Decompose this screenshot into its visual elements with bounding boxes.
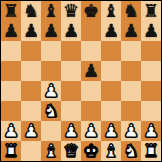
- square-c6[interactable]: [41, 41, 61, 61]
- black-pawn[interactable]: ♟: [143, 21, 159, 41]
- square-b2[interactable]: ♟: [21, 121, 41, 141]
- square-g1[interactable]: ♞: [121, 141, 141, 161]
- square-a7[interactable]: ♟: [1, 21, 21, 41]
- square-f1[interactable]: ♝: [101, 141, 121, 161]
- white-rook[interactable]: ♜: [3, 141, 19, 161]
- square-f2[interactable]: ♟: [101, 121, 121, 141]
- square-e1[interactable]: ♚: [81, 141, 101, 161]
- square-g6[interactable]: [121, 41, 141, 61]
- square-c1[interactable]: ♝: [41, 141, 61, 161]
- square-h7[interactable]: ♟: [141, 21, 161, 41]
- square-e4[interactable]: [81, 81, 101, 101]
- chess-board: ♜♞♝♛♚♝♞♜♟♟♟♟♟♟♟♟♟♞♟♟♟♟♟♟♟♜♝♛♚♝♞♜: [0, 0, 162, 162]
- black-bishop[interactable]: ♝: [103, 1, 119, 21]
- square-c4[interactable]: ♟: [41, 81, 61, 101]
- black-king[interactable]: ♚: [83, 1, 99, 21]
- white-king[interactable]: ♚: [83, 141, 99, 161]
- black-rook[interactable]: ♜: [3, 1, 19, 21]
- square-a6[interactable]: [1, 41, 21, 61]
- square-e2[interactable]: ♟: [81, 121, 101, 141]
- white-pawn[interactable]: ♟: [103, 121, 119, 141]
- white-knight[interactable]: ♞: [123, 141, 139, 161]
- white-pawn[interactable]: ♟: [123, 121, 139, 141]
- square-h4[interactable]: [141, 81, 161, 101]
- square-d4[interactable]: [61, 81, 81, 101]
- white-bishop[interactable]: ♝: [103, 141, 119, 161]
- square-d3[interactable]: [61, 101, 81, 121]
- square-b8[interactable]: ♞: [21, 1, 41, 21]
- square-b4[interactable]: [21, 81, 41, 101]
- black-knight[interactable]: ♞: [23, 1, 39, 21]
- square-c7[interactable]: ♟: [41, 21, 61, 41]
- square-a5[interactable]: [1, 61, 21, 81]
- black-pawn[interactable]: ♟: [123, 21, 139, 41]
- square-h5[interactable]: [141, 61, 161, 81]
- black-rook[interactable]: ♜: [143, 1, 159, 21]
- square-g2[interactable]: ♟: [121, 121, 141, 141]
- square-g8[interactable]: ♞: [121, 1, 141, 21]
- white-pawn[interactable]: ♟: [23, 121, 39, 141]
- black-knight[interactable]: ♞: [123, 1, 139, 21]
- black-pawn[interactable]: ♟: [3, 21, 19, 41]
- white-pawn[interactable]: ♟: [43, 81, 59, 101]
- square-c8[interactable]: ♝: [41, 1, 61, 21]
- white-pawn[interactable]: ♟: [83, 121, 99, 141]
- square-h2[interactable]: ♟: [141, 121, 161, 141]
- white-knight[interactable]: ♞: [43, 101, 59, 121]
- black-pawn[interactable]: ♟: [43, 21, 59, 41]
- white-rook[interactable]: ♜: [143, 141, 159, 161]
- square-f8[interactable]: ♝: [101, 1, 121, 21]
- square-d6[interactable]: [61, 41, 81, 61]
- square-a4[interactable]: [1, 81, 21, 101]
- white-queen[interactable]: ♛: [63, 141, 79, 161]
- square-f3[interactable]: [101, 101, 121, 121]
- square-h8[interactable]: ♜: [141, 1, 161, 21]
- square-f7[interactable]: ♟: [101, 21, 121, 41]
- square-e7[interactable]: [81, 21, 101, 41]
- square-b5[interactable]: [21, 61, 41, 81]
- square-d1[interactable]: ♛: [61, 141, 81, 161]
- black-queen[interactable]: ♛: [63, 1, 79, 21]
- white-pawn[interactable]: ♟: [63, 121, 79, 141]
- square-d5[interactable]: [61, 61, 81, 81]
- square-e3[interactable]: [81, 101, 101, 121]
- black-bishop[interactable]: ♝: [43, 1, 59, 21]
- square-e5[interactable]: ♟: [81, 61, 101, 81]
- square-b7[interactable]: ♟: [21, 21, 41, 41]
- square-f6[interactable]: [101, 41, 121, 61]
- square-g7[interactable]: ♟: [121, 21, 141, 41]
- square-h3[interactable]: [141, 101, 161, 121]
- square-a2[interactable]: ♟: [1, 121, 21, 141]
- square-h6[interactable]: [141, 41, 161, 61]
- black-pawn[interactable]: ♟: [103, 21, 119, 41]
- square-g3[interactable]: [121, 101, 141, 121]
- square-h1[interactable]: ♜: [141, 141, 161, 161]
- black-pawn[interactable]: ♟: [23, 21, 39, 41]
- square-e8[interactable]: ♚: [81, 1, 101, 21]
- white-pawn[interactable]: ♟: [143, 121, 159, 141]
- square-d7[interactable]: ♟: [61, 21, 81, 41]
- square-g5[interactable]: [121, 61, 141, 81]
- square-g4[interactable]: [121, 81, 141, 101]
- square-f5[interactable]: [101, 61, 121, 81]
- square-d8[interactable]: ♛: [61, 1, 81, 21]
- square-c3[interactable]: ♞: [41, 101, 61, 121]
- square-b3[interactable]: [21, 101, 41, 121]
- black-pawn[interactable]: ♟: [83, 61, 99, 81]
- square-a8[interactable]: ♜: [1, 1, 21, 21]
- black-pawn[interactable]: ♟: [63, 21, 79, 41]
- square-f4[interactable]: [101, 81, 121, 101]
- square-e6[interactable]: [81, 41, 101, 61]
- square-a1[interactable]: ♜: [1, 141, 21, 161]
- white-pawn[interactable]: ♟: [3, 121, 19, 141]
- square-d2[interactable]: ♟: [61, 121, 81, 141]
- square-a3[interactable]: [1, 101, 21, 121]
- square-c5[interactable]: [41, 61, 61, 81]
- square-b6[interactable]: [21, 41, 41, 61]
- square-b1[interactable]: [21, 141, 41, 161]
- square-c2[interactable]: [41, 121, 61, 141]
- white-bishop[interactable]: ♝: [43, 141, 59, 161]
